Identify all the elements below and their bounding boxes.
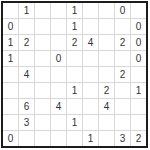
cell-r8c8[interactable] bbox=[115, 115, 130, 130]
cell-r7c1[interactable] bbox=[3, 99, 18, 114]
cell-r7c4: 4 bbox=[51, 99, 66, 114]
cell-r1c4[interactable] bbox=[51, 3, 66, 18]
cell-r9c4[interactable] bbox=[51, 131, 66, 146]
cell-r5c9[interactable] bbox=[131, 67, 146, 82]
cell-r4c1: 1 bbox=[3, 51, 18, 66]
cell-r2c8[interactable] bbox=[115, 19, 130, 34]
cell-r6c6[interactable] bbox=[83, 83, 98, 98]
cell-r1c3[interactable] bbox=[35, 3, 50, 18]
cell-r9c8: 3 bbox=[115, 131, 130, 146]
cell-r6c4[interactable] bbox=[51, 83, 66, 98]
cell-r2c2[interactable] bbox=[19, 19, 34, 34]
cell-r1c7[interactable] bbox=[99, 3, 114, 18]
cell-r6c9: 1 bbox=[131, 83, 146, 98]
cell-r3c2: 2 bbox=[19, 35, 34, 50]
cell-r2c4[interactable] bbox=[51, 19, 66, 34]
cell-r3c4[interactable] bbox=[51, 35, 66, 50]
cell-r4c3[interactable] bbox=[35, 51, 50, 66]
cell-r2c6[interactable] bbox=[83, 19, 98, 34]
cell-r3c1: 1 bbox=[3, 35, 18, 50]
cell-r1c5: 1 bbox=[67, 3, 82, 18]
cell-r3c9: 0 bbox=[131, 35, 146, 50]
cell-r5c2: 4 bbox=[19, 67, 34, 82]
cell-r8c2: 3 bbox=[19, 115, 34, 130]
cell-r4c5[interactable] bbox=[67, 51, 82, 66]
cell-r3c5: 2 bbox=[67, 35, 82, 50]
cell-r8c9[interactable] bbox=[131, 115, 146, 130]
cell-r8c5: 1 bbox=[67, 115, 82, 130]
cell-r8c4[interactable] bbox=[51, 115, 66, 130]
cell-r3c8: 2 bbox=[115, 35, 130, 50]
cell-r7c3[interactable] bbox=[35, 99, 50, 114]
cell-r5c7[interactable] bbox=[99, 67, 114, 82]
cell-r2c9: 0 bbox=[131, 19, 146, 34]
cell-r7c9[interactable] bbox=[131, 99, 146, 114]
cell-r9c1: 0 bbox=[3, 131, 18, 146]
cell-r7c7: 4 bbox=[99, 99, 114, 114]
cell-r6c3[interactable] bbox=[35, 83, 50, 98]
cell-r9c9: 2 bbox=[131, 131, 146, 146]
cell-r1c6[interactable] bbox=[83, 3, 98, 18]
cell-r6c5: 1 bbox=[67, 83, 82, 98]
cell-r6c7: 2 bbox=[99, 83, 114, 98]
cell-r1c2: 1 bbox=[19, 3, 34, 18]
cell-r5c6[interactable] bbox=[83, 67, 98, 82]
cell-r2c1: 0 bbox=[3, 19, 18, 34]
cell-r1c1[interactable] bbox=[3, 3, 18, 18]
cell-r1c9[interactable] bbox=[131, 3, 146, 18]
cell-r3c7[interactable] bbox=[99, 35, 114, 50]
cell-r2c5: 1 bbox=[67, 19, 82, 34]
cell-r9c5[interactable] bbox=[67, 131, 82, 146]
cell-r7c5[interactable] bbox=[67, 99, 82, 114]
cell-r1c8: 0 bbox=[115, 3, 130, 18]
cell-r3c3[interactable] bbox=[35, 35, 50, 50]
cell-r4c6[interactable] bbox=[83, 51, 98, 66]
cell-r2c7[interactable] bbox=[99, 19, 114, 34]
cell-r8c1[interactable] bbox=[3, 115, 18, 130]
cell-r5c4[interactable] bbox=[51, 67, 66, 82]
cell-r5c3[interactable] bbox=[35, 67, 50, 82]
cell-r4c4: 0 bbox=[51, 51, 66, 66]
cell-r9c3[interactable] bbox=[35, 131, 50, 146]
cell-r5c1[interactable] bbox=[3, 67, 18, 82]
cell-r2c3[interactable] bbox=[35, 19, 50, 34]
puzzle-board: 11001012242010042121644310132 bbox=[1, 1, 148, 148]
cell-r4c8[interactable] bbox=[115, 51, 130, 66]
cell-r4c9: 0 bbox=[131, 51, 146, 66]
cell-r6c8[interactable] bbox=[115, 83, 130, 98]
cell-r4c2[interactable] bbox=[19, 51, 34, 66]
cell-r8c6[interactable] bbox=[83, 115, 98, 130]
cell-r7c2: 6 bbox=[19, 99, 34, 114]
cell-r8c3[interactable] bbox=[35, 115, 50, 130]
cell-r5c8: 2 bbox=[115, 67, 130, 82]
puzzle-board-wrap: 11001012242010042121644310132 bbox=[1, 1, 148, 148]
cell-r7c6[interactable] bbox=[83, 99, 98, 114]
cell-r5c5[interactable] bbox=[67, 67, 82, 82]
cell-r9c2[interactable] bbox=[19, 131, 34, 146]
cell-r4c7[interactable] bbox=[99, 51, 114, 66]
cell-r9c6: 1 bbox=[83, 131, 98, 146]
cell-r3c6: 4 bbox=[83, 35, 98, 50]
cell-r7c8[interactable] bbox=[115, 99, 130, 114]
cell-r8c7[interactable] bbox=[99, 115, 114, 130]
cell-r6c1[interactable] bbox=[3, 83, 18, 98]
cell-r6c2[interactable] bbox=[19, 83, 34, 98]
cell-r9c7[interactable] bbox=[99, 131, 114, 146]
